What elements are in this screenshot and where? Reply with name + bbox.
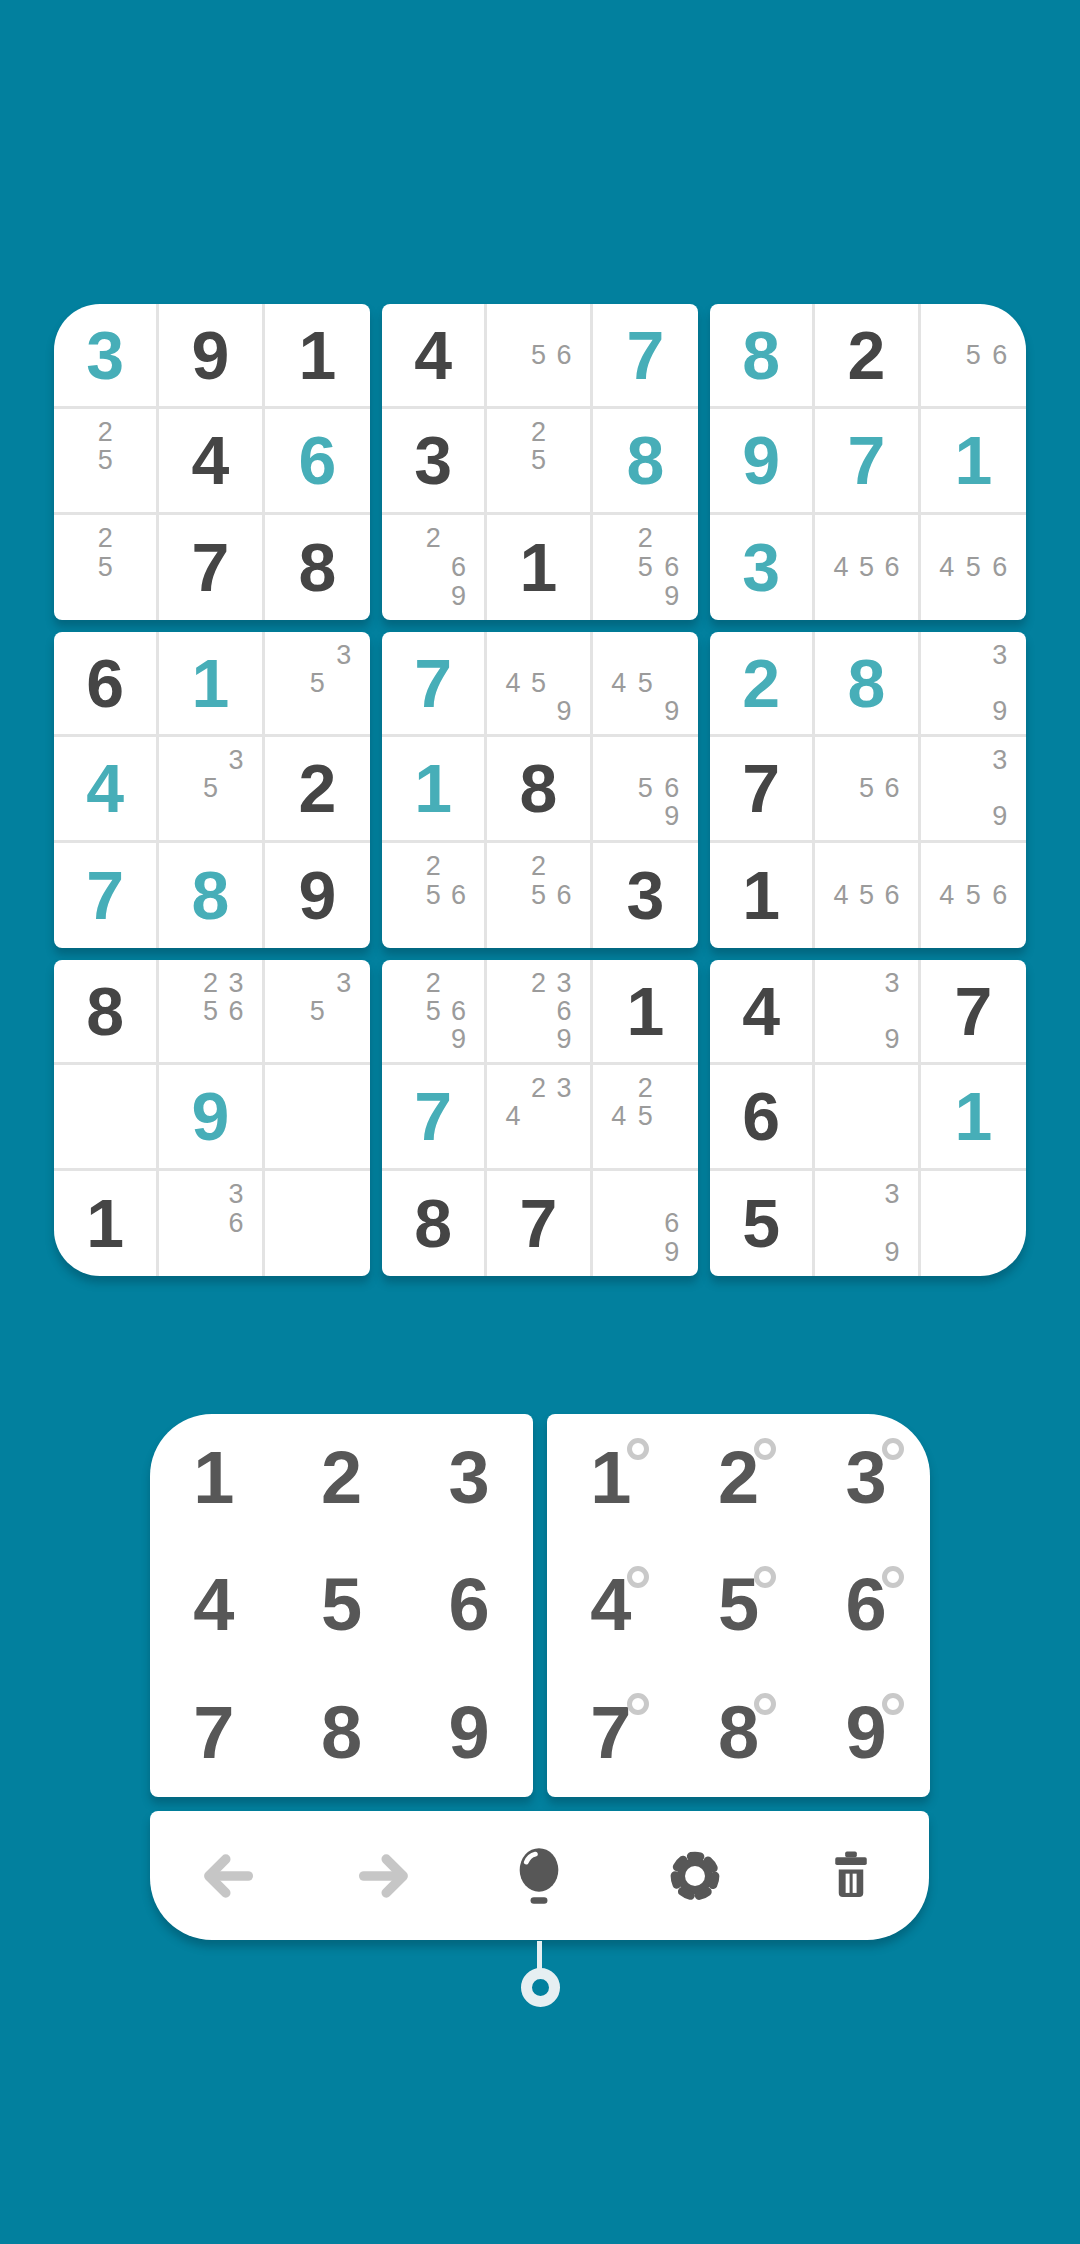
- candidate-marks: 2569: [395, 969, 471, 1053]
- candidate-digit: 2: [526, 1074, 551, 1102]
- given-digit: 8: [520, 754, 558, 822]
- sudoku-box-5: 7459459185692562563: [382, 632, 698, 948]
- cell-r1c5[interactable]: 56: [487, 304, 592, 409]
- pad-digit-label: 5: [321, 1568, 362, 1642]
- candidate-marks: 56: [934, 313, 1013, 397]
- digit-8-button[interactable]: 8: [278, 1669, 406, 1797]
- candidate-digit: 9: [446, 1025, 471, 1053]
- candidate-digit: 9: [879, 1025, 904, 1053]
- undo-button[interactable]: [196, 1844, 260, 1908]
- cell-r9c6[interactable]: 69: [593, 1171, 698, 1276]
- cell-r9c8[interactable]: 39: [815, 1171, 920, 1276]
- note-digit-6-button[interactable]: 6: [802, 1542, 930, 1670]
- candidate-digit: 9: [446, 582, 471, 611]
- note-digit-4-button[interactable]: 4: [547, 1542, 675, 1670]
- cell-r5c5[interactable]: 8: [487, 737, 592, 842]
- note-ring-icon: [754, 1438, 776, 1460]
- sudoku-box-4: 61354352789: [54, 632, 370, 948]
- cell-r1c1[interactable]: 3: [54, 304, 159, 409]
- candidate-digit: 6: [551, 997, 576, 1025]
- candidate-marks: 25: [67, 524, 143, 611]
- given-digit: 7: [192, 533, 230, 601]
- cell-r2c1[interactable]: 25: [54, 409, 159, 514]
- candidate-digit: 5: [960, 341, 986, 369]
- entered-digit: 7: [848, 426, 886, 494]
- cell-r5c6[interactable]: 569: [593, 737, 698, 842]
- candidate-marks: 269: [395, 524, 471, 611]
- candidate-marks: 256: [500, 852, 576, 939]
- cell-r4c5[interactable]: 459: [487, 632, 592, 737]
- cell-r8c1[interactable]: [54, 1065, 159, 1170]
- candidate-digit: 5: [420, 997, 445, 1025]
- candidate-digit: 5: [526, 341, 551, 369]
- candidate-digit: 6: [659, 1209, 685, 1238]
- candidate-digit: 4: [606, 669, 632, 697]
- cell-r3c1[interactable]: 25: [54, 515, 159, 620]
- pad-digit-label: 5: [718, 1568, 759, 1642]
- pad-digit-label: 1: [590, 1441, 631, 1515]
- candidate-digit: 6: [987, 553, 1013, 582]
- cell-r7c8[interactable]: 39: [815, 960, 920, 1065]
- note-ring-icon: [627, 1693, 649, 1715]
- candidate-marks: 459: [606, 641, 685, 725]
- entered-digit: 8: [742, 321, 780, 389]
- candidate-digit: 2: [632, 524, 658, 553]
- cell-r4c8[interactable]: 8: [815, 632, 920, 737]
- entered-digit: 8: [848, 649, 886, 717]
- given-digit: 2: [848, 321, 886, 389]
- given-digit: 8: [298, 533, 336, 601]
- note-ring-icon: [882, 1566, 904, 1588]
- entered-digit: 7: [414, 649, 452, 717]
- candidate-digit: 9: [879, 1238, 904, 1267]
- candidate-digit: 2: [198, 969, 223, 997]
- cell-r9c3[interactable]: [265, 1171, 370, 1276]
- sudoku-board: 39125462578 4567325826912569 82569713456…: [54, 304, 1026, 1276]
- candidate-marks: 56: [500, 313, 576, 397]
- note-digit-3-button[interactable]: 3: [802, 1414, 930, 1542]
- redo-button[interactable]: [352, 1844, 416, 1908]
- candidate-marks: 39: [934, 746, 1013, 830]
- candidate-digit: 9: [659, 803, 685, 831]
- candidate-digit: 5: [960, 881, 986, 910]
- cell-r7c3[interactable]: 35: [265, 960, 370, 1065]
- candidate-marks: 35: [172, 746, 248, 830]
- cell-r4c2[interactable]: 1: [159, 632, 264, 737]
- candidate-digit: 2: [632, 1074, 658, 1102]
- candidate-digit: 6: [223, 997, 248, 1025]
- cell-r8c5[interactable]: 234: [487, 1065, 592, 1170]
- candidate-digit: 3: [879, 1180, 904, 1209]
- cell-r8c9[interactable]: 1: [921, 1065, 1026, 1170]
- cell-r6c4[interactable]: 256: [382, 843, 487, 948]
- cell-r2c9[interactable]: 1: [921, 409, 1026, 514]
- pad-digit-label: 4: [590, 1568, 631, 1642]
- note-digit-7-button[interactable]: 7: [547, 1669, 675, 1797]
- candidate-digit: 2: [526, 852, 551, 881]
- cell-r7c5[interactable]: 2369: [487, 960, 592, 1065]
- candidate-marks: 256: [395, 852, 471, 939]
- cell-r8c6[interactable]: 245: [593, 1065, 698, 1170]
- cell-r7c6[interactable]: 1: [593, 960, 698, 1065]
- cell-r5c2[interactable]: 35: [159, 737, 264, 842]
- candidate-digit: 5: [92, 553, 117, 582]
- cell-r4c4[interactable]: 7: [382, 632, 487, 737]
- cell-r7c1[interactable]: 8: [54, 960, 159, 1065]
- arrow-left-icon: [201, 1849, 255, 1903]
- given-digit: 1: [520, 533, 558, 601]
- sudoku-box-3: 82569713456456: [710, 304, 1026, 620]
- digit-4-button[interactable]: 4: [150, 1542, 278, 1670]
- cell-r6c6[interactable]: 3: [593, 843, 698, 948]
- given-digit: 2: [298, 754, 336, 822]
- drag-handle-line: [537, 1941, 542, 1970]
- erase-button[interactable]: [819, 1844, 883, 1908]
- candidate-digit: 3: [331, 641, 357, 669]
- candidate-digit: 6: [446, 881, 471, 910]
- settings-button[interactable]: [663, 1844, 727, 1908]
- candidate-digit: 5: [198, 774, 223, 802]
- cell-r7c7[interactable]: 4: [710, 960, 815, 1065]
- cell-r8c3[interactable]: [265, 1065, 370, 1170]
- candidate-digit: 3: [331, 969, 357, 997]
- entered-digit: 2: [742, 649, 780, 717]
- cell-r6c5[interactable]: 256: [487, 843, 592, 948]
- candidate-digit: 6: [879, 881, 904, 910]
- candidate-digit: 3: [223, 746, 248, 774]
- entered-digit: 3: [86, 321, 124, 389]
- cell-r6c1[interactable]: 7: [54, 843, 159, 948]
- cell-r5c7[interactable]: 7: [710, 737, 815, 842]
- digit-3-button[interactable]: 3: [405, 1414, 533, 1542]
- candidate-marks: 39: [828, 969, 904, 1053]
- toolbar: [150, 1811, 929, 1940]
- note-digit-2-button[interactable]: 2: [675, 1414, 803, 1542]
- candidate-digit: 5: [526, 881, 551, 910]
- candidate-digit: 6: [551, 341, 576, 369]
- cell-r9c2[interactable]: 36: [159, 1171, 264, 1276]
- cell-r3c3[interactable]: 8: [265, 515, 370, 620]
- cell-r3c4[interactable]: 269: [382, 515, 487, 620]
- given-digit: 1: [86, 1189, 124, 1257]
- pad-digit-label: 1: [193, 1441, 234, 1515]
- digit-9-button[interactable]: 9: [405, 1669, 533, 1797]
- cell-r2c8[interactable]: 7: [815, 409, 920, 514]
- candidate-digit: 6: [659, 553, 685, 582]
- candidate-digit: 9: [987, 697, 1013, 725]
- candidate-digit: 4: [500, 669, 525, 697]
- cell-r6c2[interactable]: 8: [159, 843, 264, 948]
- candidate-digit: 4: [934, 553, 960, 582]
- candidate-digit: 5: [304, 997, 330, 1025]
- entered-digit: 4: [86, 754, 124, 822]
- candidate-marks: 36: [172, 1180, 248, 1267]
- candidate-digit: 6: [659, 774, 685, 802]
- candidate-digit: 5: [526, 446, 551, 474]
- candidate-marks: 56: [828, 746, 904, 830]
- pad-digit-label: 8: [321, 1696, 362, 1770]
- arrow-right-icon: [357, 1849, 411, 1903]
- cell-r2c3[interactable]: 6: [265, 409, 370, 514]
- candidate-digit: 5: [92, 446, 117, 474]
- entered-digit: 1: [192, 649, 230, 717]
- note-ring-icon: [882, 1693, 904, 1715]
- candidate-digit: 9: [659, 1238, 685, 1267]
- candidate-marks: 569: [606, 746, 685, 830]
- note-ring-icon: [627, 1438, 649, 1460]
- candidate-digit: 5: [632, 1102, 658, 1130]
- candidate-digit: 5: [198, 997, 223, 1025]
- note-ring-icon: [754, 1566, 776, 1588]
- candidate-digit: 5: [632, 774, 658, 802]
- pad-digit-label: 3: [449, 1441, 490, 1515]
- cell-r9c9[interactable]: [921, 1171, 1026, 1276]
- note-digit-5-button[interactable]: 5: [675, 1542, 803, 1670]
- hint-button[interactable]: [507, 1844, 571, 1908]
- candidate-digit: 3: [987, 746, 1013, 774]
- candidate-digit: 3: [551, 969, 576, 997]
- cell-r6c9[interactable]: 456: [921, 843, 1026, 948]
- candidate-digit: 6: [223, 1209, 248, 1238]
- pad-digit-label: 4: [193, 1568, 234, 1642]
- gear-icon: [665, 1846, 725, 1906]
- candidate-digit: 3: [223, 1180, 248, 1209]
- candidate-marks: 2369: [500, 969, 576, 1053]
- candidate-marks: 35: [278, 641, 357, 725]
- cell-r3c6[interactable]: 2569: [593, 515, 698, 620]
- candidate-digit: 4: [828, 881, 853, 910]
- candidate-digit: 5: [960, 553, 986, 582]
- cell-r3c2[interactable]: 7: [159, 515, 264, 620]
- candidate-digit: 3: [223, 969, 248, 997]
- cell-r4c3[interactable]: 35: [265, 632, 370, 737]
- cell-r1c6[interactable]: 7: [593, 304, 698, 409]
- sudoku-box-9: 439761539: [710, 960, 1026, 1276]
- cell-r8c2[interactable]: 9: [159, 1065, 264, 1170]
- candidate-digit: 6: [879, 553, 904, 582]
- candidate-marks: 456: [934, 524, 1013, 611]
- cell-r6c3[interactable]: 9: [265, 843, 370, 948]
- candidate-marks: 39: [828, 1180, 904, 1267]
- candidate-digit: 6: [446, 997, 471, 1025]
- pad-digit-label: 6: [846, 1568, 887, 1642]
- candidate-digit: 5: [632, 669, 658, 697]
- pad-digit-label: 9: [846, 1696, 887, 1770]
- cell-r2c7[interactable]: 9: [710, 409, 815, 514]
- cell-r9c4[interactable]: 8: [382, 1171, 487, 1276]
- digit-5-button[interactable]: 5: [278, 1542, 406, 1670]
- candidate-marks: 459: [500, 641, 576, 725]
- given-digit: 5: [742, 1189, 780, 1257]
- sudoku-box-7: 82356359136: [54, 960, 370, 1276]
- candidate-marks: 456: [934, 852, 1013, 939]
- cell-r7c2[interactable]: 2356: [159, 960, 264, 1065]
- cell-r4c9[interactable]: 39: [921, 632, 1026, 737]
- note-digit-pad: 123456789: [547, 1414, 930, 1797]
- cell-r4c6[interactable]: 459: [593, 632, 698, 737]
- candidate-digit: 2: [92, 524, 117, 553]
- candidate-marks: 69: [606, 1180, 685, 1267]
- candidate-marks: 25: [500, 418, 576, 502]
- candidate-digit: 4: [934, 881, 960, 910]
- pad-digit-label: 6: [449, 1568, 490, 1642]
- given-digit: 6: [742, 1082, 780, 1150]
- candidate-marks: 2569: [606, 524, 685, 611]
- given-digit: 7: [520, 1189, 558, 1257]
- candidate-digit: 3: [879, 969, 904, 997]
- candidate-marks: 456: [828, 852, 904, 939]
- entered-digit: 3: [742, 533, 780, 601]
- note-ring-icon: [882, 1438, 904, 1460]
- pad-digit-label: 9: [449, 1696, 490, 1770]
- cell-r4c1[interactable]: 6: [54, 632, 159, 737]
- cell-r7c4[interactable]: 2569: [382, 960, 487, 1065]
- cell-r2c5[interactable]: 25: [487, 409, 592, 514]
- candidate-digit: 5: [854, 553, 879, 582]
- note-digit-1-button[interactable]: 1: [547, 1414, 675, 1542]
- candidate-digit: 9: [659, 582, 685, 611]
- cell-r7c9[interactable]: 7: [921, 960, 1026, 1065]
- candidate-digit: 6: [987, 341, 1013, 369]
- entered-digit: 1: [954, 426, 992, 494]
- sudoku-box-1: 39125462578: [54, 304, 370, 620]
- candidate-digit: 6: [551, 881, 576, 910]
- candidate-marks: 25: [67, 418, 143, 502]
- digit-2-button[interactable]: 2: [278, 1414, 406, 1542]
- given-digit: 7: [954, 977, 992, 1045]
- candidate-marks: 456: [828, 524, 904, 611]
- cell-r9c1[interactable]: 1: [54, 1171, 159, 1276]
- entered-digit: 1: [954, 1082, 992, 1150]
- pad-digit-label: 7: [193, 1696, 234, 1770]
- note-digit-9-button[interactable]: 9: [802, 1669, 930, 1797]
- given-digit: 1: [742, 861, 780, 929]
- cell-r3c8[interactable]: 456: [815, 515, 920, 620]
- digit-1-button[interactable]: 1: [150, 1414, 278, 1542]
- pad-digit-label: 2: [321, 1441, 362, 1515]
- cell-r1c8[interactable]: 2: [815, 304, 920, 409]
- candidate-digit: 5: [632, 553, 658, 582]
- digit-7-button[interactable]: 7: [150, 1669, 278, 1797]
- candidate-digit: 9: [551, 697, 576, 725]
- given-digit: 9: [192, 321, 230, 389]
- given-digit: 1: [626, 977, 664, 1045]
- entered-digit: 8: [626, 426, 664, 494]
- candidate-digit: 4: [500, 1102, 525, 1130]
- cell-r9c5[interactable]: 7: [487, 1171, 592, 1276]
- cell-r6c7[interactable]: 1: [710, 843, 815, 948]
- given-digit: 4: [192, 426, 230, 494]
- digit-6-button[interactable]: 6: [405, 1542, 533, 1670]
- candidate-digit: 6: [446, 553, 471, 582]
- cell-r2c6[interactable]: 8: [593, 409, 698, 514]
- cell-r5c8[interactable]: 56: [815, 737, 920, 842]
- cell-r2c2[interactable]: 4: [159, 409, 264, 514]
- candidate-digit: 6: [879, 774, 904, 802]
- cell-r5c3[interactable]: 2: [265, 737, 370, 842]
- candidate-digit: 2: [526, 969, 551, 997]
- candidate-marks: 2356: [172, 969, 248, 1053]
- candidate-digit: 9: [987, 803, 1013, 831]
- cell-r1c4[interactable]: 4: [382, 304, 487, 409]
- given-digit: 8: [86, 977, 124, 1045]
- cell-r1c7[interactable]: 8: [710, 304, 815, 409]
- cell-r5c4[interactable]: 1: [382, 737, 487, 842]
- entered-digit: 7: [86, 861, 124, 929]
- candidate-marks: 245: [606, 1074, 685, 1158]
- candidate-marks: 39: [934, 641, 1013, 725]
- given-digit: 7: [742, 754, 780, 822]
- trash-icon: [823, 1846, 879, 1906]
- cell-r3c9[interactable]: 456: [921, 515, 1026, 620]
- cell-r1c9[interactable]: 56: [921, 304, 1026, 409]
- candidate-digit: 9: [659, 697, 685, 725]
- candidate-digit: 3: [551, 1074, 576, 1102]
- given-digit: 3: [414, 426, 452, 494]
- cell-r5c1[interactable]: 4: [54, 737, 159, 842]
- entered-digit: 9: [742, 426, 780, 494]
- pad-digit-label: 3: [846, 1441, 887, 1515]
- cell-r8c8[interactable]: [815, 1065, 920, 1170]
- cell-r1c3[interactable]: 1: [265, 304, 370, 409]
- candidate-marks: 234: [500, 1074, 576, 1158]
- entered-digit: 7: [414, 1082, 452, 1150]
- candidate-digit: 4: [606, 1102, 632, 1130]
- note-digit-8-button[interactable]: 8: [675, 1669, 803, 1797]
- candidate-digit: 2: [92, 418, 117, 446]
- note-ring-icon: [627, 1566, 649, 1588]
- entered-digit: 6: [298, 426, 336, 494]
- drag-handle[interactable]: [521, 1968, 560, 2007]
- candidate-digit: 9: [551, 1025, 576, 1053]
- cell-r4c7[interactable]: 2: [710, 632, 815, 737]
- pad-digit-label: 7: [590, 1696, 631, 1770]
- candidate-digit: 4: [828, 553, 853, 582]
- cell-r3c7[interactable]: 3: [710, 515, 815, 620]
- given-digit: 9: [298, 861, 336, 929]
- candidate-digit: 2: [420, 524, 445, 553]
- cell-r2c4[interactable]: 3: [382, 409, 487, 514]
- candidate-digit: 2: [420, 969, 445, 997]
- candidate-digit: 5: [854, 881, 879, 910]
- digit-pad: 123456789: [150, 1414, 533, 1797]
- candidate-digit: 3: [987, 641, 1013, 669]
- candidate-digit: 2: [526, 418, 551, 446]
- candidate-digit: 6: [987, 881, 1013, 910]
- candidate-digit: 5: [420, 881, 445, 910]
- given-digit: 4: [742, 977, 780, 1045]
- entered-digit: 9: [192, 1082, 230, 1150]
- cell-r1c2[interactable]: 9: [159, 304, 264, 409]
- cell-r5c9[interactable]: 39: [921, 737, 1026, 842]
- pad-digit-label: 8: [718, 1696, 759, 1770]
- cell-r9c7[interactable]: 5: [710, 1171, 815, 1276]
- sudoku-box-8: 25692369172342458769: [382, 960, 698, 1276]
- given-digit: 6: [86, 649, 124, 717]
- cell-r3c5[interactable]: 1: [487, 515, 592, 620]
- pad-digit-label: 2: [718, 1441, 759, 1515]
- given-digit: 4: [414, 321, 452, 389]
- cell-r8c7[interactable]: 6: [710, 1065, 815, 1170]
- candidate-marks: 35: [278, 969, 357, 1053]
- candidate-digit: 5: [526, 669, 551, 697]
- entered-digit: 7: [626, 321, 664, 389]
- cell-r8c4[interactable]: 7: [382, 1065, 487, 1170]
- entered-digit: 8: [192, 861, 230, 929]
- given-digit: 1: [298, 321, 336, 389]
- sudoku-box-2: 4567325826912569: [382, 304, 698, 620]
- cell-r6c8[interactable]: 456: [815, 843, 920, 948]
